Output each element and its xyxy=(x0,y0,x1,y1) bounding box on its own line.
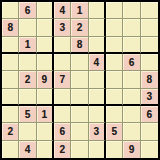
cell-r7c8[interactable] xyxy=(123,106,140,123)
given-digit: 4 xyxy=(94,58,100,68)
cell-r2c8[interactable] xyxy=(123,19,140,36)
cell-r8c6[interactable]: 3 xyxy=(89,123,106,140)
cell-r1c4[interactable]: 4 xyxy=(54,2,71,19)
cell-r7c1[interactable] xyxy=(2,106,19,123)
cell-r2c1[interactable]: 8 xyxy=(2,19,19,36)
cell-r8c3[interactable] xyxy=(37,123,54,140)
cell-r6c2[interactable] xyxy=(19,89,36,106)
cell-r2c9[interactable] xyxy=(141,19,158,36)
cell-r3c6[interactable] xyxy=(89,37,106,54)
cell-r4c3[interactable] xyxy=(37,54,54,71)
cell-r7c5[interactable] xyxy=(71,106,88,123)
given-digit: 5 xyxy=(111,127,117,137)
cell-r5c1[interactable] xyxy=(2,71,19,88)
cell-r5c6[interactable] xyxy=(89,71,106,88)
cell-r5c3[interactable]: 9 xyxy=(37,71,54,88)
cell-r6c5[interactable] xyxy=(71,89,88,106)
cell-r7c6[interactable] xyxy=(89,106,106,123)
given-digit: 5 xyxy=(25,110,31,120)
cell-r4c1[interactable] xyxy=(2,54,19,71)
cell-r3c1[interactable] xyxy=(2,37,19,54)
given-digit: 2 xyxy=(7,127,13,137)
cell-r8c8[interactable] xyxy=(123,123,140,140)
cell-r3c8[interactable] xyxy=(123,37,140,54)
cell-r6c3[interactable] xyxy=(37,89,54,106)
cell-r2c7[interactable] xyxy=(106,19,123,36)
given-digit: 6 xyxy=(59,127,65,137)
cell-r4c9[interactable] xyxy=(141,54,158,71)
given-digit: 2 xyxy=(59,145,65,155)
cell-r3c2[interactable]: 1 xyxy=(19,37,36,54)
cell-r9c3[interactable] xyxy=(37,141,54,158)
cell-r4c6[interactable]: 4 xyxy=(89,54,106,71)
cell-r9c6[interactable] xyxy=(89,141,106,158)
given-digit: 2 xyxy=(77,23,83,33)
given-digit: 8 xyxy=(7,23,13,33)
cell-r5c8[interactable] xyxy=(123,71,140,88)
given-digit: 2 xyxy=(25,75,31,85)
cell-r9c5[interactable] xyxy=(71,141,88,158)
cell-r7c4[interactable] xyxy=(54,106,71,123)
given-digit: 7 xyxy=(59,75,65,85)
cell-r5c2[interactable]: 2 xyxy=(19,71,36,88)
cell-r8c7[interactable]: 5 xyxy=(106,123,123,140)
cell-r2c2[interactable] xyxy=(19,19,36,36)
given-digit: 9 xyxy=(129,145,135,155)
cell-r6c4[interactable] xyxy=(54,89,71,106)
cell-r2c5[interactable]: 2 xyxy=(71,19,88,36)
cell-r1c9[interactable] xyxy=(141,2,158,19)
cell-r4c4[interactable] xyxy=(54,54,71,71)
cell-r2c4[interactable]: 3 xyxy=(54,19,71,36)
cell-r3c7[interactable] xyxy=(106,37,123,54)
cell-r7c7[interactable] xyxy=(106,106,123,123)
given-digit: 6 xyxy=(25,6,31,16)
given-digit: 1 xyxy=(25,40,31,50)
cell-r4c8[interactable]: 6 xyxy=(123,54,140,71)
sudoku-board: 6418321846297835162635429 xyxy=(0,0,160,160)
cell-r3c3[interactable] xyxy=(37,37,54,54)
cell-r5c9[interactable]: 8 xyxy=(141,71,158,88)
given-digit: 6 xyxy=(147,110,153,120)
cell-r2c6[interactable] xyxy=(89,19,106,36)
cell-r8c1[interactable]: 2 xyxy=(2,123,19,140)
cell-r9c2[interactable]: 4 xyxy=(19,141,36,158)
cell-r5c7[interactable] xyxy=(106,71,123,88)
given-digit: 6 xyxy=(129,58,135,68)
cell-r7c2[interactable]: 5 xyxy=(19,106,36,123)
given-digit: 3 xyxy=(59,23,65,33)
cell-r9c9[interactable] xyxy=(141,141,158,158)
cell-r1c5[interactable]: 1 xyxy=(71,2,88,19)
cell-r9c7[interactable] xyxy=(106,141,123,158)
cell-r8c4[interactable]: 6 xyxy=(54,123,71,140)
cell-r1c8[interactable] xyxy=(123,2,140,19)
cell-r7c3[interactable]: 1 xyxy=(37,106,54,123)
cell-r9c8[interactable]: 9 xyxy=(123,141,140,158)
cell-r5c5[interactable] xyxy=(71,71,88,88)
given-digit: 3 xyxy=(147,92,153,102)
cell-r3c9[interactable] xyxy=(141,37,158,54)
cell-r4c7[interactable] xyxy=(106,54,123,71)
cell-r2c3[interactable] xyxy=(37,19,54,36)
given-digit: 1 xyxy=(77,6,83,16)
cell-r3c4[interactable] xyxy=(54,37,71,54)
cell-r1c7[interactable] xyxy=(106,2,123,19)
given-digit: 9 xyxy=(42,75,48,85)
given-digit: 4 xyxy=(59,6,65,16)
cell-r6c9[interactable]: 3 xyxy=(141,89,158,106)
cell-r7c9[interactable]: 6 xyxy=(141,106,158,123)
cell-r4c2[interactable] xyxy=(19,54,36,71)
cell-r9c1[interactable] xyxy=(2,141,19,158)
given-digit: 8 xyxy=(77,40,83,50)
cell-r9c4[interactable]: 2 xyxy=(54,141,71,158)
cell-r6c7[interactable] xyxy=(106,89,123,106)
cell-r8c2[interactable] xyxy=(19,123,36,140)
cell-r1c2[interactable]: 6 xyxy=(19,2,36,19)
cell-r1c1[interactable] xyxy=(2,2,19,19)
cell-r1c6[interactable] xyxy=(89,2,106,19)
cell-r6c1[interactable] xyxy=(2,89,19,106)
cell-r8c5[interactable] xyxy=(71,123,88,140)
given-digit: 4 xyxy=(25,145,31,155)
cell-r1c3[interactable] xyxy=(37,2,54,19)
cell-r6c6[interactable] xyxy=(89,89,106,106)
given-digit: 3 xyxy=(94,127,100,137)
cell-r4c5[interactable] xyxy=(71,54,88,71)
given-digit: 8 xyxy=(147,75,153,85)
given-digit: 1 xyxy=(42,110,48,120)
cell-r8c9[interactable] xyxy=(141,123,158,140)
cell-r3c5[interactable]: 8 xyxy=(71,37,88,54)
cell-r6c8[interactable] xyxy=(123,89,140,106)
cell-r5c4[interactable]: 7 xyxy=(54,71,71,88)
